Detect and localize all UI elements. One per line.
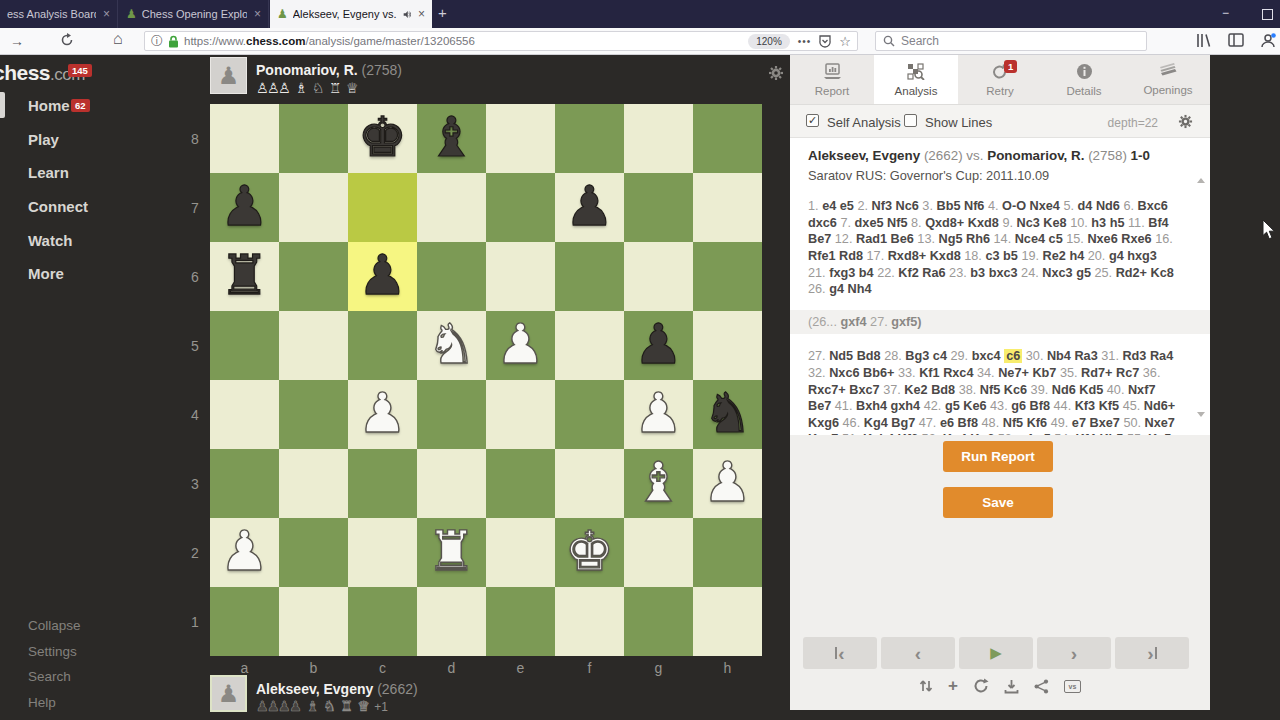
- move[interactable]: gxh4: [891, 399, 921, 413]
- move-number[interactable]: 7.: [840, 216, 851, 230]
- move-number[interactable]: 30.: [1026, 349, 1044, 363]
- move[interactable]: gxf4: [840, 315, 866, 329]
- move[interactable]: Nc3: [1017, 216, 1040, 230]
- tab-details[interactable]: Details: [1042, 55, 1126, 104]
- move[interactable]: Kxd8: [930, 249, 961, 263]
- move[interactable]: Rxc4: [943, 366, 973, 380]
- move-number[interactable]: 12.: [835, 232, 853, 246]
- move[interactable]: Nh4: [848, 282, 872, 296]
- move[interactable]: Rd3: [1122, 349, 1146, 363]
- move[interactable]: g4: [829, 282, 844, 296]
- white-player-name[interactable]: Alekseev, Evgeny (2662): [256, 681, 418, 697]
- square-h5[interactable]: [693, 311, 762, 380]
- square-b1[interactable]: [279, 587, 348, 656]
- square-b7[interactable]: [279, 173, 348, 242]
- move[interactable]: Kf5: [1099, 399, 1119, 413]
- move-number[interactable]: 33.: [898, 366, 916, 380]
- square-c4[interactable]: [348, 380, 417, 449]
- flip-board-icon[interactable]: [919, 678, 933, 694]
- square-e2[interactable]: [486, 518, 555, 587]
- move-number[interactable]: 14.: [994, 232, 1012, 246]
- forward-arrow-icon[interactable]: →: [10, 33, 24, 49]
- move-number[interactable]: 6.: [1123, 199, 1134, 213]
- move[interactable]: Nf3: [872, 199, 892, 213]
- move[interactable]: Nxf7: [1128, 383, 1156, 397]
- move-number[interactable]: 25.: [1094, 266, 1112, 280]
- window-minimize-button[interactable]: −: [1222, 7, 1229, 19]
- move[interactable]: gxf5): [891, 315, 921, 329]
- move-number[interactable]: 29.: [951, 349, 969, 363]
- zoom-level-badge[interactable]: 120%: [748, 34, 790, 49]
- square-h6[interactable]: [693, 242, 762, 311]
- square-a4[interactable]: [210, 380, 279, 449]
- square-a8[interactable]: [210, 104, 279, 173]
- square-g6[interactable]: [624, 242, 693, 311]
- move[interactable]: Bxe7: [1090, 416, 1120, 430]
- square-b2[interactable]: [279, 518, 348, 587]
- save-button[interactable]: Save: [943, 487, 1053, 518]
- square-d7[interactable]: [417, 173, 486, 242]
- move[interactable]: Rh6: [966, 232, 990, 246]
- tab-retry[interactable]: 1 Retry: [958, 55, 1042, 104]
- move[interactable]: Kxh4: [863, 432, 894, 435]
- move[interactable]: Kf6: [1027, 416, 1047, 430]
- move[interactable]: hxg3: [1127, 249, 1157, 263]
- move-number[interactable]: 11.: [1128, 216, 1145, 230]
- tracking-info-icon[interactable]: ⓘ: [151, 33, 163, 50]
- move[interactable]: e7: [1072, 416, 1086, 430]
- move[interactable]: b5: [1003, 249, 1018, 263]
- avatar-black-player[interactable]: ♟: [210, 57, 247, 94]
- square-a7[interactable]: [210, 173, 279, 242]
- move[interactable]: Rc7: [1116, 366, 1139, 380]
- square-c3[interactable]: [348, 449, 417, 518]
- move[interactable]: Kxd8: [968, 216, 999, 230]
- move[interactable]: Rad1: [856, 232, 887, 246]
- move[interactable]: g6: [1011, 399, 1026, 413]
- move-number[interactable]: 23.: [949, 266, 967, 280]
- move[interactable]: Bb6+: [863, 366, 894, 380]
- move-number[interactable]: 20.: [1088, 249, 1106, 263]
- move-number[interactable]: 41.: [835, 399, 853, 413]
- move[interactable]: Nb4: [1047, 349, 1071, 363]
- move-number[interactable]: 49.: [1051, 416, 1069, 430]
- move[interactable]: Ra4: [1150, 349, 1173, 363]
- move[interactable]: Kxe7: [808, 432, 838, 435]
- move-number[interactable]: 54.: [1054, 432, 1072, 435]
- square-g8[interactable]: [624, 104, 693, 173]
- move[interactable]: Kf2: [898, 266, 918, 280]
- square-e7[interactable]: [486, 173, 555, 242]
- move-number[interactable]: 50.: [1123, 416, 1141, 430]
- square-b5[interactable]: [279, 311, 348, 380]
- square-d8[interactable]: [417, 104, 486, 173]
- move-number[interactable]: 3.: [922, 199, 933, 213]
- mainline-moves-2[interactable]: 27. Nd5 Bd8 28. Bg3 c4 29. bxc4 c6 30. N…: [808, 348, 1176, 435]
- add-move-icon[interactable]: +: [948, 679, 958, 693]
- url-text[interactable]: https://www.chess.com/analysis/game/mast…: [184, 35, 743, 47]
- show-lines-checkbox[interactable]: [904, 114, 917, 127]
- browser-tab-2[interactable]: ♟ Chess Opening Explorer & Dat ×: [119, 0, 269, 28]
- board-settings-gear-icon[interactable]: [768, 65, 784, 81]
- move-number[interactable]: 9.: [1002, 216, 1013, 230]
- play-moves-button[interactable]: ▶: [959, 637, 1033, 669]
- sidebar-item-settings[interactable]: Settings: [28, 644, 77, 659]
- move[interactable]: c5: [1049, 232, 1063, 246]
- reload-icon[interactable]: [60, 33, 74, 47]
- move-number[interactable]: 24.: [1021, 266, 1039, 280]
- square-h1[interactable]: [693, 587, 762, 656]
- square-d1[interactable]: [417, 587, 486, 656]
- tab-report[interactable]: Report: [790, 55, 874, 104]
- square-h7[interactable]: [693, 173, 762, 242]
- move-number[interactable]: 1.: [808, 199, 819, 213]
- move-number[interactable]: (26...: [808, 315, 837, 329]
- move-number[interactable]: 8.: [911, 216, 922, 230]
- square-g1[interactable]: [624, 587, 693, 656]
- sidebar-item-more[interactable]: More: [28, 265, 64, 282]
- move[interactable]: Nxc3: [1042, 266, 1072, 280]
- sidebar-item-learn[interactable]: Learn: [28, 164, 69, 181]
- move[interactable]: Be6: [891, 232, 914, 246]
- square-h3[interactable]: [693, 449, 762, 518]
- move-number[interactable]: 34.: [977, 366, 995, 380]
- move[interactable]: c4: [933, 349, 947, 363]
- move-number[interactable]: 44.: [1054, 399, 1072, 413]
- square-e5[interactable]: [486, 311, 555, 380]
- move-number[interactable]: 55.: [1127, 432, 1145, 435]
- move[interactable]: Be7: [808, 399, 831, 413]
- square-e4[interactable]: [486, 380, 555, 449]
- run-report-button[interactable]: Run Report: [943, 441, 1053, 472]
- play-vs-computer-icon[interactable]: vs: [1064, 680, 1081, 693]
- move[interactable]: Rxe6: [1121, 232, 1151, 246]
- square-f2[interactable]: [555, 518, 624, 587]
- move-number[interactable]: 39.: [1031, 383, 1049, 397]
- move[interactable]: Nd6+: [1144, 399, 1175, 413]
- url-bar[interactable]: ⓘ https://www.chess.com/analysis/game/ma…: [144, 31, 858, 51]
- move[interactable]: Kc8: [1151, 266, 1174, 280]
- move-number[interactable]: 31.: [1101, 349, 1119, 363]
- move[interactable]: Kg4: [943, 432, 967, 435]
- square-c7[interactable]: [348, 173, 417, 242]
- page-actions-icon[interactable]: •••: [798, 36, 812, 47]
- move-number[interactable]: 16.: [1155, 232, 1173, 246]
- move-number[interactable]: 37.: [883, 383, 901, 397]
- move[interactable]: Ke6: [963, 399, 986, 413]
- browser-tab-1[interactable]: ess Analysis Board and PGN ×: [0, 0, 118, 28]
- move-number[interactable]: 17.: [867, 249, 885, 263]
- move[interactable]: Bxc6: [1138, 199, 1168, 213]
- previous-move-button[interactable]: ‹: [881, 637, 955, 669]
- audio-speaker-icon[interactable]: [403, 9, 411, 20]
- move[interactable]: b3: [970, 266, 985, 280]
- share-icon[interactable]: [1034, 679, 1049, 694]
- move-number[interactable]: 47.: [919, 416, 937, 430]
- move-number[interactable]: 4.: [988, 199, 999, 213]
- mainline-moves-1[interactable]: 1. e4 e5 2. Nf3 Nc6 3. Bb5 Nf6 4. O-O Nx…: [808, 198, 1176, 298]
- move[interactable]: c3: [985, 249, 999, 263]
- move[interactable]: g5: [1076, 266, 1091, 280]
- square-d2[interactable]: [417, 518, 486, 587]
- move-number[interactable]: 28.: [884, 349, 902, 363]
- move[interactable]: Nce4: [1015, 232, 1045, 246]
- square-c6[interactable]: [348, 242, 417, 311]
- move[interactable]: Bb5: [936, 199, 960, 213]
- move[interactable]: Nf6: [964, 199, 984, 213]
- tab-close-icon[interactable]: ×: [418, 7, 425, 21]
- move-number[interactable]: 26.: [808, 282, 826, 296]
- move[interactable]: Bxh4: [856, 399, 887, 413]
- move[interactable]: Qxd8+: [925, 216, 964, 230]
- move-number[interactable]: 46.: [843, 416, 861, 430]
- square-a2[interactable]: [210, 518, 279, 587]
- move[interactable]: g5: [945, 399, 960, 413]
- move[interactable]: g4: [1109, 249, 1124, 263]
- file-label-c: c: [348, 660, 417, 676]
- move[interactable]: Kf6: [898, 432, 918, 435]
- move[interactable]: Nd6: [1052, 383, 1076, 397]
- window-restore-button[interactable]: [1262, 9, 1273, 20]
- move[interactable]: Ne7+: [998, 366, 1029, 380]
- search-bar[interactable]: Search: [875, 31, 1147, 51]
- square-d3[interactable]: [417, 449, 486, 518]
- move[interactable]: Ke5: [1148, 432, 1171, 435]
- move[interactable]: fxg3: [829, 266, 855, 280]
- avatar-white-player[interactable]: ♟: [210, 675, 247, 712]
- last-move-button[interactable]: ›: [1115, 637, 1189, 669]
- square-f6[interactable]: [555, 242, 624, 311]
- move[interactable]: Bd8: [931, 383, 955, 397]
- move-number[interactable]: 51.: [842, 432, 860, 435]
- move[interactable]: Kc6: [1004, 383, 1027, 397]
- browser-tab-active[interactable]: ♟ Alekseev, Evgeny vs. Ponom ×: [270, 0, 432, 28]
- tab-close-icon[interactable]: ×: [254, 7, 261, 21]
- move[interactable]: Ra6: [922, 266, 945, 280]
- square-g4[interactable]: [624, 380, 693, 449]
- move[interactable]: Re2: [1043, 249, 1066, 263]
- move[interactable]: Kf3: [1075, 399, 1095, 413]
- square-e8[interactable]: [486, 104, 555, 173]
- sidebar-item-home[interactable]: Home: [28, 97, 70, 114]
- square-g7[interactable]: [624, 173, 693, 242]
- move[interactable]: Bf8: [1030, 399, 1050, 413]
- move[interactable]: O-O: [1002, 199, 1026, 213]
- square-e1[interactable]: [486, 587, 555, 656]
- square-b4[interactable]: [279, 380, 348, 449]
- square-f3[interactable]: [555, 449, 624, 518]
- move[interactable]: Nxe4: [1030, 199, 1060, 213]
- move-number[interactable]: 38.: [959, 383, 977, 397]
- square-g5[interactable]: [624, 311, 693, 380]
- move[interactable]: Kf4: [1075, 432, 1095, 435]
- move-number[interactable]: 27.: [808, 349, 826, 363]
- square-c8[interactable]: [348, 104, 417, 173]
- square-h4[interactable]: [693, 380, 762, 449]
- move-number[interactable]: 27.: [870, 315, 888, 329]
- move-number[interactable]: 5.: [1063, 199, 1074, 213]
- sidebar-item-help[interactable]: Help: [28, 695, 56, 710]
- square-f1[interactable]: [555, 587, 624, 656]
- move-number[interactable]: 18.: [964, 249, 982, 263]
- move-number[interactable]: 21.: [808, 266, 826, 280]
- move[interactable]: Bg3: [905, 349, 929, 363]
- move[interactable]: e4: [822, 199, 836, 213]
- move[interactable]: h3: [1091, 216, 1106, 230]
- home-icon[interactable]: ⌂: [113, 31, 123, 47]
- move[interactable]: Nc6: [896, 199, 919, 213]
- move[interactable]: d4: [1078, 199, 1093, 213]
- move[interactable]: c6: [1004, 349, 1022, 363]
- square-e3[interactable]: [486, 449, 555, 518]
- square-g2[interactable]: [624, 518, 693, 587]
- sidebar-item-collapse[interactable]: Collapse: [28, 618, 81, 633]
- variation-line[interactable]: (26... gxf4 27. gxf5): [790, 310, 1210, 335]
- move[interactable]: Bxc7: [849, 383, 879, 397]
- move[interactable]: Ke8: [1043, 216, 1066, 230]
- new-tab-button[interactable]: +: [438, 4, 447, 21]
- move[interactable]: dxe5: [855, 216, 884, 230]
- move[interactable]: Ke2: [904, 383, 927, 397]
- scroll-up-icon[interactable]: [1197, 178, 1205, 183]
- square-b8[interactable]: [279, 104, 348, 173]
- move[interactable]: Rd7+: [1081, 366, 1112, 380]
- move[interactable]: a5: [1037, 432, 1051, 435]
- square-d6[interactable]: [417, 242, 486, 311]
- move[interactable]: b4: [859, 266, 874, 280]
- move[interactable]: Ra3: [1074, 349, 1097, 363]
- move[interactable]: Kg6: [970, 432, 994, 435]
- move[interactable]: Kg4: [864, 416, 888, 430]
- move[interactable]: Bf8: [958, 416, 978, 430]
- next-move-button[interactable]: ›: [1037, 637, 1111, 669]
- square-a6[interactable]: [210, 242, 279, 311]
- move[interactable]: Rxd8+: [888, 249, 926, 263]
- move[interactable]: h4: [1069, 249, 1084, 263]
- move[interactable]: Kb7: [1032, 366, 1056, 380]
- move[interactable]: Rxc7+: [808, 383, 846, 397]
- move[interactable]: bxc3: [989, 266, 1018, 280]
- move[interactable]: Bd8: [857, 349, 881, 363]
- move-number[interactable]: 15.: [1066, 232, 1084, 246]
- move-number[interactable]: 45.: [1123, 399, 1141, 413]
- black-player-name[interactable]: Ponomariov, R. (2758): [256, 62, 402, 78]
- square-c5[interactable]: [348, 311, 417, 380]
- move[interactable]: Kf1: [919, 366, 939, 380]
- move-number[interactable]: 32.: [808, 366, 826, 380]
- square-f4[interactable]: [555, 380, 624, 449]
- move[interactable]: dxc6: [808, 216, 837, 230]
- move-number[interactable]: 22.: [877, 266, 895, 280]
- move[interactable]: Kh5: [1099, 432, 1123, 435]
- move[interactable]: Ng5: [939, 232, 963, 246]
- account-icon[interactable]: [1260, 33, 1276, 48]
- tab-close-icon[interactable]: ×: [103, 7, 110, 21]
- square-a5[interactable]: [210, 311, 279, 380]
- move[interactable]: Be7: [808, 232, 831, 246]
- move[interactable]: e5: [840, 199, 854, 213]
- move[interactable]: Nf5: [980, 383, 1000, 397]
- tab-openings[interactable]: Openings: [1126, 55, 1210, 104]
- move[interactable]: Nf5: [887, 216, 907, 230]
- move[interactable]: Kd5: [1079, 383, 1103, 397]
- square-h2[interactable]: [693, 518, 762, 587]
- move[interactable]: Kxg6: [808, 416, 839, 430]
- move-number[interactable]: 19.: [1021, 249, 1039, 263]
- move[interactable]: h5: [1110, 216, 1125, 230]
- square-b3[interactable]: [279, 449, 348, 518]
- square-a3[interactable]: [210, 449, 279, 518]
- library-icon[interactable]: [1196, 33, 1212, 48]
- chess-board[interactable]: ♚♝♟♟♜♟♞♟♟♟♟♞♝♟♟♜♚: [210, 104, 762, 656]
- square-f7[interactable]: [555, 173, 624, 242]
- move[interactable]: Nf5: [1003, 416, 1023, 430]
- download-pgn-icon[interactable]: [1004, 679, 1019, 694]
- square-a1[interactable]: [210, 587, 279, 656]
- move-number[interactable]: 53.: [998, 432, 1016, 435]
- sidebar-toggle-icon[interactable]: [1228, 33, 1244, 47]
- move-number[interactable]: 35.: [1060, 366, 1078, 380]
- analysis-settings-gear-icon[interactable]: [1178, 114, 1193, 129]
- move-number[interactable]: 10.: [1070, 216, 1088, 230]
- move-number[interactable]: 40.: [1107, 383, 1125, 397]
- square-e6[interactable]: [486, 242, 555, 311]
- move[interactable]: Nd6: [1096, 199, 1120, 213]
- square-g3[interactable]: [624, 449, 693, 518]
- move[interactable]: bxc4: [972, 349, 1001, 363]
- move-number[interactable]: 52.: [922, 432, 940, 435]
- move[interactable]: Bf4: [1148, 216, 1168, 230]
- move[interactable]: Rd2+: [1116, 266, 1147, 280]
- move-number[interactable]: 42.: [924, 399, 942, 413]
- move[interactable]: e6: [940, 416, 954, 430]
- square-d5[interactable]: [417, 311, 486, 380]
- sidebar-item-watch[interactable]: Watch: [28, 232, 72, 249]
- move[interactable]: Nxc6: [829, 366, 859, 380]
- move[interactable]: a4: [1019, 432, 1033, 435]
- move-number[interactable]: 13.: [917, 232, 935, 246]
- move[interactable]: Nd5: [829, 349, 853, 363]
- self-analysis-checkbox[interactable]: ✓: [806, 114, 819, 127]
- move[interactable]: Nxe7: [1145, 416, 1175, 430]
- move-number[interactable]: 36.: [1143, 366, 1161, 380]
- move[interactable]: Nxe6: [1087, 232, 1117, 246]
- move[interactable]: Bg7: [891, 416, 915, 430]
- square-c1[interactable]: [348, 587, 417, 656]
- bookmark-star-icon[interactable]: ☆: [839, 34, 851, 49]
- move-number[interactable]: 2.: [857, 199, 868, 213]
- first-move-button[interactable]: ‹: [803, 637, 877, 669]
- scroll-down-icon[interactable]: [1197, 412, 1205, 417]
- pocket-shield-icon[interactable]: [819, 35, 831, 48]
- square-d4[interactable]: [417, 380, 486, 449]
- square-c2[interactable]: [348, 518, 417, 587]
- square-f8[interactable]: [555, 104, 624, 173]
- move[interactable]: Rfe1: [808, 249, 836, 263]
- sidebar-item-play[interactable]: Play: [28, 131, 59, 148]
- move-list[interactable]: Alekseev, Evgeny (2662) vs. Ponomariov, …: [790, 138, 1210, 435]
- square-b6[interactable]: [279, 242, 348, 311]
- sidebar-item-connect[interactable]: Connect: [28, 198, 88, 215]
- move-number[interactable]: 43.: [990, 399, 1008, 413]
- tab-analysis[interactable]: Analysis: [874, 55, 958, 104]
- square-h8[interactable]: [693, 104, 762, 173]
- square-f5[interactable]: [555, 311, 624, 380]
- sidebar-item-search[interactable]: Search: [28, 669, 71, 684]
- move-number[interactable]: 48.: [982, 416, 1000, 430]
- reset-board-icon[interactable]: [973, 678, 989, 694]
- move[interactable]: Rd8: [839, 249, 863, 263]
